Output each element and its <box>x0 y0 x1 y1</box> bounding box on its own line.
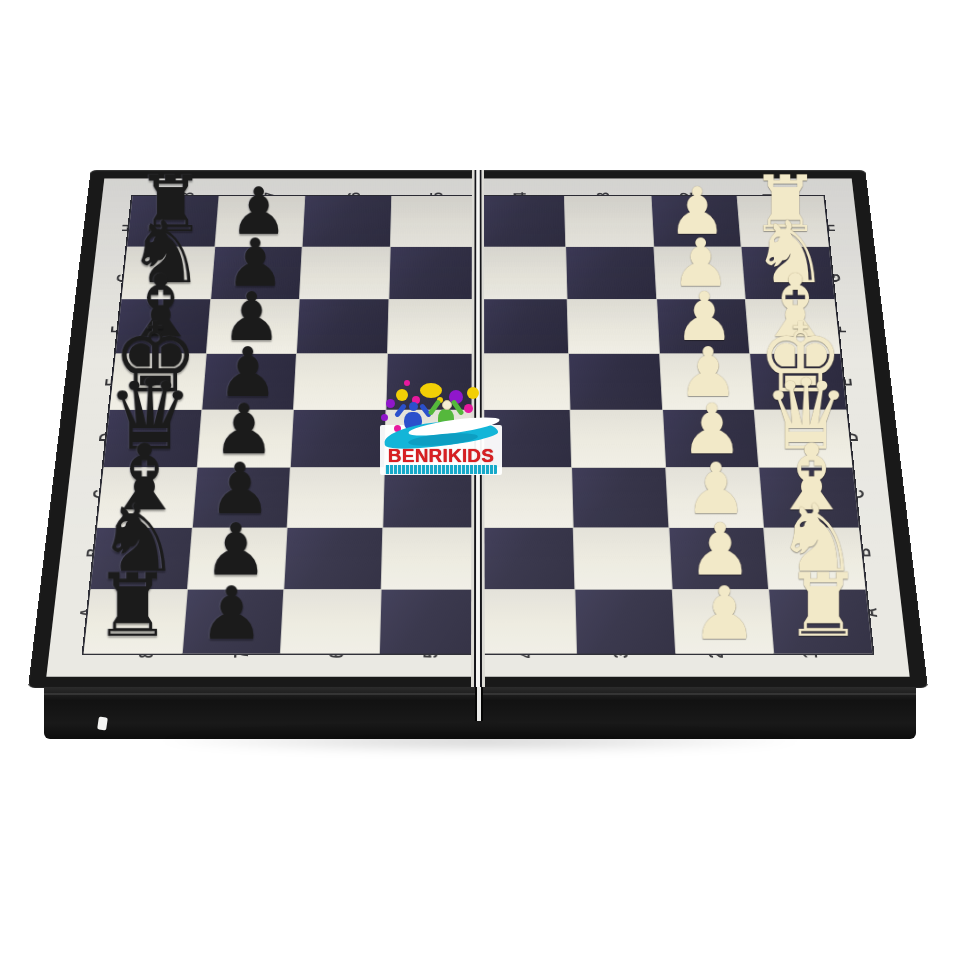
coord-label: 5 <box>422 171 451 219</box>
coord-label: 4 <box>505 171 534 219</box>
ground-shadow <box>150 728 810 754</box>
logo-dot-yellow <box>467 387 479 399</box>
coord-label: 7 <box>222 623 259 686</box>
logo-dot-yellow <box>396 389 408 401</box>
chess-set-product-photo: 87654321 87654321 HGFEDCBA HGFEDCBA ♜♟♟♜… <box>0 0 960 960</box>
coord-label: D <box>805 428 896 447</box>
benrikids-watermark: BENRIKIDS <box>378 376 504 478</box>
coord-label: 3 <box>587 171 617 219</box>
square-b4 <box>478 528 574 589</box>
coord-label: E <box>800 373 890 392</box>
figure-head <box>409 402 418 411</box>
case-front-seam <box>475 687 483 721</box>
brand-text: BENRIKIDS <box>380 445 502 467</box>
coord-label: E <box>66 373 156 392</box>
square-e3 <box>569 354 662 410</box>
logo-dot-purple <box>381 414 388 421</box>
coord-label: 4 <box>509 623 543 686</box>
square-g3 <box>566 247 656 299</box>
coord-label: 6 <box>338 171 368 219</box>
chess-board-scene: 87654321 87654321 HGFEDCBA HGFEDCBA ♜♟♟♜… <box>28 0 928 688</box>
coord-label: 3 <box>603 623 638 686</box>
coord-label: 1 <box>752 171 785 219</box>
coord-label: G <box>790 269 877 286</box>
figure-head <box>442 400 452 410</box>
square-f3 <box>568 300 659 354</box>
square-f5 <box>388 300 478 354</box>
square-b3 <box>574 528 672 589</box>
coord-label: D <box>60 428 151 447</box>
coord-label: F <box>795 320 883 338</box>
coord-label: 6 <box>318 623 353 686</box>
coord-label: C <box>53 484 146 504</box>
logo-dot-magenta <box>404 380 410 386</box>
square-d3 <box>571 410 665 467</box>
coord-label: A <box>822 602 918 623</box>
coord-label: F <box>73 320 161 338</box>
square-g6 <box>300 247 390 299</box>
square-f4 <box>478 300 568 354</box>
square-d6 <box>291 410 385 467</box>
coord-label: 7 <box>254 171 286 219</box>
square-e6 <box>294 354 387 410</box>
coord-label: B <box>46 542 140 562</box>
logo-tagline-banner <box>385 465 497 474</box>
logo-dot-magenta <box>464 404 473 413</box>
square-c3 <box>572 468 668 527</box>
square-b5 <box>382 528 478 589</box>
square-f6 <box>297 300 388 354</box>
logo-dot-purple <box>386 399 395 408</box>
square-c6 <box>288 468 384 527</box>
coord-label: 5 <box>414 623 448 686</box>
coord-label: C <box>810 484 903 504</box>
coord-label: H <box>785 219 871 236</box>
logo-dot-yellow <box>420 383 442 398</box>
coord-label: 2 <box>670 171 702 219</box>
coord-label: 8 <box>127 623 165 686</box>
coord-label: B <box>816 542 910 562</box>
coord-label: A <box>38 602 134 623</box>
square-g5 <box>389 247 477 299</box>
coord-label: 8 <box>171 171 204 219</box>
coord-label: 1 <box>791 623 829 686</box>
scuff-mark <box>97 716 108 730</box>
square-g4 <box>478 247 566 299</box>
coord-label: H <box>85 219 171 236</box>
coord-label: 2 <box>697 623 734 686</box>
square-b6 <box>285 528 383 589</box>
coord-label: G <box>79 269 166 286</box>
